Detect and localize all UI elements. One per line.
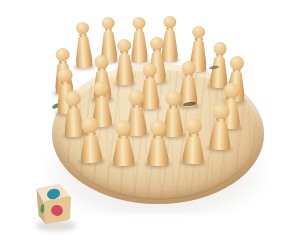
peg-head (102, 17, 115, 29)
peg-head (65, 90, 82, 106)
peg-head (82, 117, 99, 133)
peg[interactable] (144, 120, 172, 169)
product-photo-scene (0, 0, 300, 243)
peg-body (80, 133, 103, 163)
peg-head (185, 118, 202, 134)
peg-head (115, 120, 132, 136)
peg-head (212, 41, 226, 55)
peg-body (147, 137, 169, 166)
peg[interactable] (179, 118, 208, 168)
peg-head (76, 22, 90, 35)
peg-head (224, 82, 240, 97)
peg-body (209, 120, 231, 150)
peg-head (164, 16, 177, 28)
peg-head (192, 26, 205, 39)
peg[interactable] (113, 38, 137, 87)
peg-head (55, 48, 70, 62)
peg-head (133, 17, 146, 29)
peg[interactable] (109, 120, 138, 170)
peg-body (182, 135, 204, 165)
peg[interactable] (206, 104, 235, 154)
peg-head (142, 63, 157, 77)
peg-head (94, 81, 110, 96)
peg-head (165, 91, 181, 106)
color-die[interactable] (33, 182, 77, 230)
peg-head (94, 55, 109, 69)
peg-head (57, 68, 73, 83)
peg[interactable] (76, 117, 106, 167)
peg-head (117, 38, 131, 51)
peg-head (150, 120, 167, 136)
peg-head (128, 89, 144, 104)
peg-body (115, 52, 133, 85)
peg-body (112, 137, 135, 167)
peg-head (181, 61, 196, 75)
peg-head (150, 37, 164, 50)
peg-head (212, 104, 229, 120)
peg-head (229, 56, 244, 70)
